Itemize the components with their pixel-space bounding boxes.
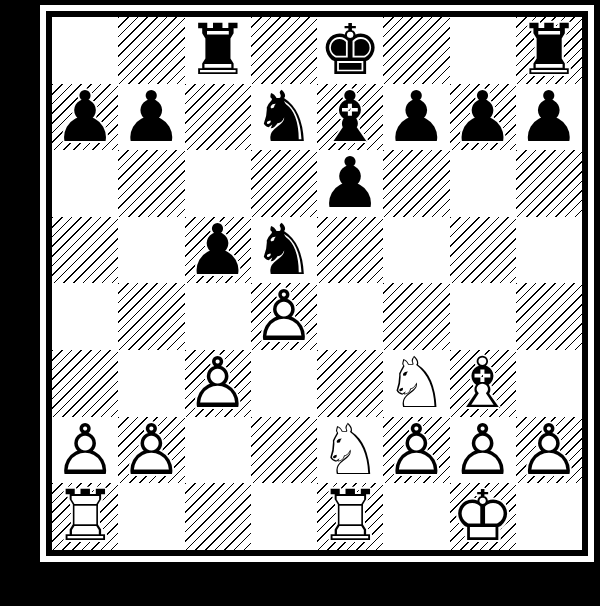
piece-black-rook-icon[interactable]: ♜♜ [516,17,582,84]
square-g5[interactable] [450,217,516,284]
square-b2[interactable]: ♟♙ [118,417,184,484]
square-a2[interactable]: ♟♙ [52,417,118,484]
square-f3[interactable]: ♞♘ [383,350,449,417]
square-d7[interactable]: ♞♞ [251,84,317,151]
square-g1[interactable]: ♚♔ [450,483,516,550]
piece-black-pawn-icon[interactable]: ♟♟ [52,84,118,151]
square-d4[interactable]: ♟♙ [251,283,317,350]
square-b4[interactable] [118,283,184,350]
square-b5[interactable] [118,217,184,284]
piece-black-knight-icon[interactable]: ♞♞ [251,84,317,151]
piece-white-rook-icon[interactable]: ♜♖ [317,483,383,550]
piece-white-pawn-icon[interactable]: ♟♙ [450,417,516,484]
square-g3[interactable]: ♝♗ [450,350,516,417]
square-h3[interactable] [516,350,582,417]
square-c3[interactable]: ♟♙ [185,350,251,417]
piece-black-rook-icon[interactable]: ♜♜ [185,17,251,84]
square-f5[interactable] [383,217,449,284]
square-h5[interactable] [516,217,582,284]
square-f7[interactable]: ♟♟ [383,84,449,151]
square-b7[interactable]: ♟♟ [118,84,184,151]
square-g6[interactable] [450,150,516,217]
square-a5[interactable] [52,217,118,284]
piece-white-bishop-icon[interactable]: ♝♗ [450,350,516,417]
piece-glyph-layer: ♜ [185,17,251,84]
square-d2[interactable] [251,417,317,484]
piece-glyph-layer: ♝ [317,84,383,151]
square-b1[interactable] [118,483,184,550]
piece-white-king-icon[interactable]: ♚♔ [450,483,516,550]
square-h7[interactable]: ♟♟ [516,84,582,151]
square-c8[interactable]: ♜♜ [185,17,251,84]
piece-glyph-layer: ♘ [317,417,383,484]
square-c2[interactable] [185,417,251,484]
square-b8[interactable] [118,17,184,84]
square-f1[interactable] [383,483,449,550]
square-c1[interactable] [185,483,251,550]
square-e8[interactable]: ♚♚ [317,17,383,84]
piece-white-pawn-icon[interactable]: ♟♙ [185,350,251,417]
square-g4[interactable] [450,283,516,350]
piece-black-king-icon[interactable]: ♚♚ [317,17,383,84]
square-e3[interactable] [317,350,383,417]
square-d3[interactable] [251,350,317,417]
piece-black-pawn-icon[interactable]: ♟♟ [185,217,251,284]
piece-glyph-layer: ♖ [317,483,383,550]
piece-glyph-layer: ♟ [52,84,118,151]
piece-glyph-layer: ♖ [52,483,118,550]
square-h1[interactable] [516,483,582,550]
square-e6[interactable]: ♟♟ [317,150,383,217]
piece-glyph-layer: ♜ [516,17,582,84]
piece-glyph-layer: ♟ [185,217,251,284]
piece-glyph-layer: ♙ [516,417,582,484]
square-c5[interactable]: ♟♟ [185,217,251,284]
square-h6[interactable] [516,150,582,217]
square-e5[interactable] [317,217,383,284]
piece-white-pawn-icon[interactable]: ♟♙ [118,417,184,484]
square-g8[interactable] [450,17,516,84]
square-h4[interactable] [516,283,582,350]
square-a6[interactable] [52,150,118,217]
piece-glyph-layer: ♟ [450,84,516,151]
square-d8[interactable] [251,17,317,84]
piece-glyph-layer: ♙ [251,283,317,350]
piece-white-pawn-icon[interactable]: ♟♙ [52,417,118,484]
piece-glyph-layer: ♔ [450,483,516,550]
square-d1[interactable] [251,483,317,550]
square-f8[interactable] [383,17,449,84]
square-a3[interactable] [52,350,118,417]
piece-glyph-layer: ♙ [52,417,118,484]
square-d5[interactable]: ♞♞ [251,217,317,284]
square-a8[interactable] [52,17,118,84]
piece-white-knight-icon[interactable]: ♞♘ [383,350,449,417]
square-c4[interactable] [185,283,251,350]
square-h8[interactable]: ♜♜ [516,17,582,84]
square-d6[interactable] [251,150,317,217]
square-a1[interactable]: ♜♖ [52,483,118,550]
piece-glyph-layer: ♟ [516,84,582,151]
piece-glyph-layer: ♗ [450,350,516,417]
square-a7[interactable]: ♟♟ [52,84,118,151]
piece-glyph-layer: ♘ [383,350,449,417]
square-e2[interactable]: ♞♘ [317,417,383,484]
chess-board-frame: ♜♜♚♚♜♜♟♟♟♟♞♞♝♝♟♟♟♟♟♟♟♟♟♟♞♞♟♙♟♙♞♘♝♗♟♙♟♙♞♘… [40,5,594,562]
piece-glyph-layer: ♙ [118,417,184,484]
piece-black-pawn-icon[interactable]: ♟♟ [450,84,516,151]
piece-glyph-layer: ♞ [251,84,317,151]
square-e4[interactable] [317,283,383,350]
piece-white-rook-icon[interactable]: ♜♖ [52,483,118,550]
chess-board: ♜♜♚♚♜♜♟♟♟♟♞♞♝♝♟♟♟♟♟♟♟♟♟♟♞♞♟♙♟♙♞♘♝♗♟♙♟♙♞♘… [46,11,588,556]
square-g2[interactable]: ♟♙ [450,417,516,484]
square-h2[interactable]: ♟♙ [516,417,582,484]
square-b6[interactable] [118,150,184,217]
piece-glyph-layer: ♚ [317,17,383,84]
piece-black-pawn-icon[interactable]: ♟♟ [383,84,449,151]
square-a4[interactable] [52,283,118,350]
piece-glyph-layer: ♙ [450,417,516,484]
piece-black-pawn-icon[interactable]: ♟♟ [516,84,582,151]
piece-black-pawn-icon[interactable]: ♟♟ [317,150,383,217]
piece-glyph-layer: ♞ [251,217,317,284]
square-e7[interactable]: ♝♝ [317,84,383,151]
square-f6[interactable] [383,150,449,217]
square-e1[interactable]: ♜♖ [317,483,383,550]
page-background: ♜♜♚♚♜♜♟♟♟♟♞♞♝♝♟♟♟♟♟♟♟♟♟♟♞♞♟♙♟♙♞♘♝♗♟♙♟♙♞♘… [0,0,600,606]
piece-white-pawn-icon[interactable]: ♟♙ [516,417,582,484]
square-f4[interactable] [383,283,449,350]
piece-black-bishop-icon[interactable]: ♝♝ [317,84,383,151]
piece-glyph-layer: ♟ [317,150,383,217]
piece-glyph-layer: ♟ [118,84,184,151]
piece-glyph-layer: ♙ [383,417,449,484]
square-f2[interactable]: ♟♙ [383,417,449,484]
piece-white-pawn-icon[interactable]: ♟♙ [251,283,317,350]
square-g7[interactable]: ♟♟ [450,84,516,151]
piece-black-pawn-icon[interactable]: ♟♟ [118,84,184,151]
piece-black-knight-icon[interactable]: ♞♞ [251,217,317,284]
square-b3[interactable] [118,350,184,417]
piece-glyph-layer: ♟ [383,84,449,151]
square-c6[interactable] [185,150,251,217]
piece-white-knight-icon[interactable]: ♞♘ [317,417,383,484]
square-c7[interactable] [185,84,251,151]
piece-white-pawn-icon[interactable]: ♟♙ [383,417,449,484]
piece-glyph-layer: ♙ [185,350,251,417]
